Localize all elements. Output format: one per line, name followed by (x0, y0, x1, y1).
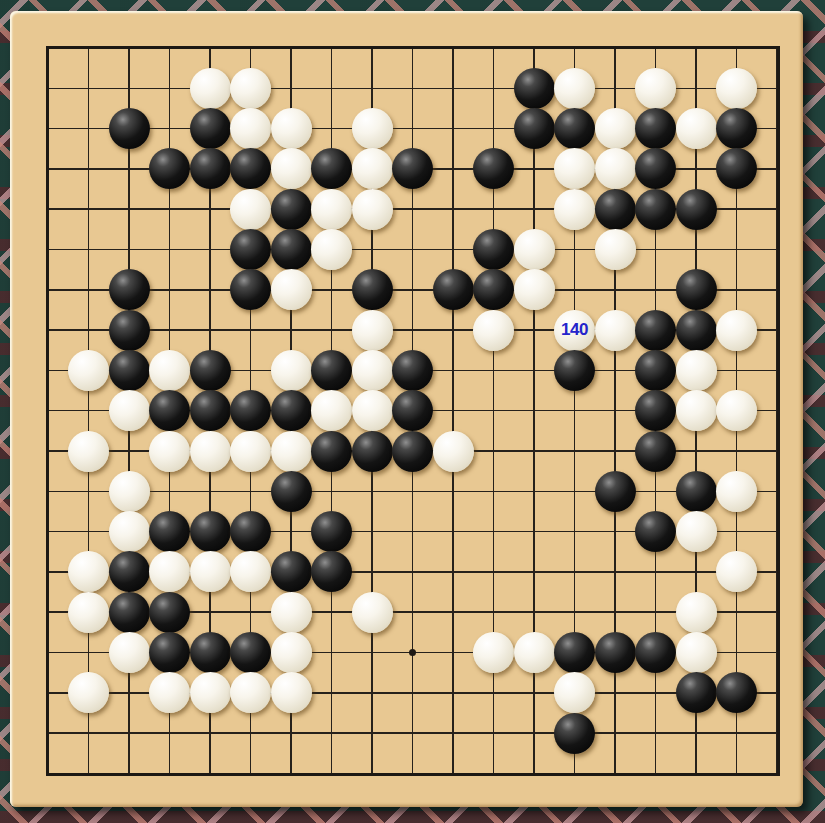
white-stone (190, 551, 231, 592)
white-stone (68, 350, 109, 391)
white-stone (230, 189, 271, 230)
white-stone (716, 471, 757, 512)
white-stone (352, 390, 393, 431)
black-stone (190, 108, 231, 149)
black-stone (190, 148, 231, 189)
black-stone (554, 108, 595, 149)
white-stone (230, 108, 271, 149)
black-stone (595, 189, 636, 230)
black-stone (109, 269, 150, 310)
white-stone (514, 229, 555, 270)
white-stone (514, 269, 555, 310)
white-stone (352, 592, 393, 633)
white-stone (271, 672, 312, 713)
white-stone (473, 632, 514, 673)
white-stone (68, 672, 109, 713)
white-stone (716, 310, 757, 351)
black-stone (311, 350, 352, 391)
black-stone (149, 511, 190, 552)
black-stone (109, 108, 150, 149)
go-board-grid[interactable]: 140 (10, 11, 803, 807)
white-stone (230, 68, 271, 109)
white-stone (68, 592, 109, 633)
black-stone (230, 269, 271, 310)
black-stone (635, 632, 676, 673)
white-stone (149, 350, 190, 391)
black-stone (635, 310, 676, 351)
white-stone (514, 632, 555, 673)
black-stone (514, 108, 555, 149)
black-stone (554, 713, 595, 754)
black-stone (190, 350, 231, 391)
black-stone (109, 551, 150, 592)
black-stone (554, 350, 595, 391)
black-stone (635, 189, 676, 230)
white-stone (149, 431, 190, 472)
black-stone (230, 390, 271, 431)
black-stone (716, 108, 757, 149)
white-stone (271, 350, 312, 391)
white-stone (109, 471, 150, 512)
white-stone (352, 350, 393, 391)
white-stone (271, 108, 312, 149)
white-stone (676, 511, 717, 552)
black-stone (109, 350, 150, 391)
white-stone (635, 68, 676, 109)
white-stone (109, 390, 150, 431)
black-stone (676, 471, 717, 512)
white-stone (676, 350, 717, 391)
black-stone (311, 431, 352, 472)
white-stone (473, 310, 514, 351)
white-stone (676, 592, 717, 633)
white-stone (554, 68, 595, 109)
black-stone (190, 511, 231, 552)
black-stone (149, 390, 190, 431)
white-stone (554, 189, 595, 230)
black-stone (635, 431, 676, 472)
white-stone (352, 310, 393, 351)
white-stone (554, 672, 595, 713)
black-stone (149, 592, 190, 633)
white-stone (595, 310, 636, 351)
black-stone (676, 672, 717, 713)
white-stone (190, 68, 231, 109)
white-stone (716, 68, 757, 109)
white-stone (190, 431, 231, 472)
black-stone (392, 431, 433, 472)
white-stone (716, 390, 757, 431)
goban-board-panel: 140 (10, 11, 803, 807)
white-stone (311, 390, 352, 431)
black-stone (473, 269, 514, 310)
white-stone (109, 511, 150, 552)
black-stone (271, 551, 312, 592)
white-stone (109, 632, 150, 673)
white-stone (271, 148, 312, 189)
black-stone (554, 632, 595, 673)
black-stone (352, 269, 393, 310)
black-stone (433, 269, 474, 310)
black-stone (595, 471, 636, 512)
white-stone (271, 592, 312, 633)
white-stone (271, 431, 312, 472)
white-stone (433, 431, 474, 472)
black-stone (676, 269, 717, 310)
star-point (409, 649, 416, 656)
black-stone (473, 229, 514, 270)
white-stone (676, 108, 717, 149)
black-stone (514, 68, 555, 109)
black-stone (230, 511, 271, 552)
white-stone (352, 189, 393, 230)
white-stone (595, 148, 636, 189)
black-stone (230, 229, 271, 270)
black-stone (676, 310, 717, 351)
black-stone (595, 632, 636, 673)
white-stone (595, 108, 636, 149)
move-number-label: 140 (554, 310, 595, 351)
white-stone (352, 148, 393, 189)
black-stone (271, 471, 312, 512)
black-stone (271, 229, 312, 270)
black-stone (635, 390, 676, 431)
white-stone (149, 672, 190, 713)
black-stone (109, 592, 150, 633)
white-stone (311, 189, 352, 230)
black-stone (716, 672, 757, 713)
black-stone (635, 350, 676, 391)
white-stone (595, 229, 636, 270)
black-stone (676, 189, 717, 230)
black-stone (190, 632, 231, 673)
white-stone (271, 269, 312, 310)
black-stone (271, 390, 312, 431)
black-stone (271, 189, 312, 230)
white-stone (676, 390, 717, 431)
black-stone (190, 390, 231, 431)
black-stone (109, 310, 150, 351)
black-stone (149, 632, 190, 673)
black-stone (392, 350, 433, 391)
black-stone (635, 108, 676, 149)
black-stone (230, 632, 271, 673)
black-stone (352, 431, 393, 472)
white-stone (230, 672, 271, 713)
white-stone (68, 431, 109, 472)
black-stone (635, 511, 676, 552)
black-stone (311, 511, 352, 552)
black-stone (392, 390, 433, 431)
white-stone (676, 632, 717, 673)
white-stone (190, 672, 231, 713)
white-stone (230, 431, 271, 472)
white-stone (352, 108, 393, 149)
white-stone (271, 632, 312, 673)
white-stone (311, 229, 352, 270)
